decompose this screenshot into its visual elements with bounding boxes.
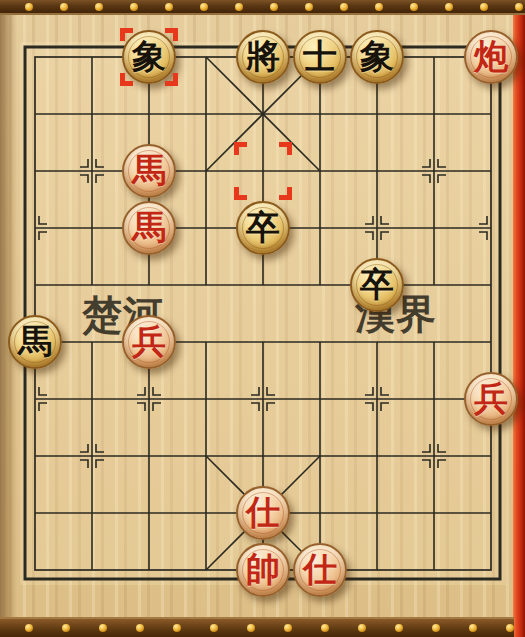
- gold-stud-icon: [445, 3, 453, 11]
- gold-stud-icon: [165, 3, 173, 11]
- gold-stud-icon: [340, 3, 348, 11]
- gold-stud-icon: [358, 624, 366, 632]
- piece-red-general[interactable]: 帥: [236, 543, 290, 597]
- piece-label: 兵: [132, 314, 166, 368]
- piece-label: 兵: [474, 371, 508, 425]
- piece-label: 象: [132, 29, 166, 83]
- piece-label: 仕: [303, 542, 337, 596]
- piece-red-soldier[interactable]: 兵: [464, 372, 518, 426]
- gold-stud-icon: [395, 624, 403, 632]
- gold-stud-icon: [60, 3, 68, 11]
- gold-stud-icon: [270, 3, 278, 11]
- piece-red-cannon[interactable]: 炮: [464, 30, 518, 84]
- piece-label: 炮: [474, 29, 508, 83]
- piece-red-advisor[interactable]: 仕: [293, 543, 347, 597]
- piece-red-advisor[interactable]: 仕: [236, 486, 290, 540]
- gold-stud-icon: [235, 3, 243, 11]
- piece-label: 象: [360, 29, 394, 83]
- piece-red-horse[interactable]: 馬: [122, 144, 176, 198]
- gold-stud-icon: [25, 3, 33, 11]
- bottom-frame-bar: [0, 617, 514, 637]
- gold-stud-icon: [99, 624, 107, 632]
- piece-black-elephant[interactable]: 象: [350, 30, 404, 84]
- piece-label: 卒: [360, 257, 394, 311]
- gold-stud-icon: [200, 3, 208, 11]
- piece-label: 卒: [246, 200, 280, 254]
- gold-stud-icon: [375, 3, 383, 11]
- piece-label: 仕: [246, 485, 280, 539]
- piece-black-elephant[interactable]: 象: [122, 30, 176, 84]
- gold-stud-icon: [480, 3, 488, 11]
- gold-stud-icon: [62, 624, 70, 632]
- gold-stud-icon: [432, 624, 440, 632]
- gold-stud-icon: [173, 624, 181, 632]
- piece-black-general[interactable]: 將: [236, 30, 290, 84]
- piece-black-soldier[interactable]: 卒: [350, 258, 404, 312]
- piece-red-soldier[interactable]: 兵: [122, 315, 176, 369]
- gold-stud-icon: [247, 624, 255, 632]
- piece-black-advisor[interactable]: 士: [293, 30, 347, 84]
- piece-label: 帥: [246, 542, 280, 596]
- gold-stud-icon: [321, 624, 329, 632]
- piece-black-soldier[interactable]: 卒: [236, 201, 290, 255]
- piece-label: 士: [303, 29, 337, 83]
- gold-stud-icon: [130, 3, 138, 11]
- xiangqi-game-screen: 楚河 漢界 象將士象炮馬馬卒卒馬兵兵仕帥仕: [0, 0, 525, 637]
- piece-red-horse[interactable]: 馬: [122, 201, 176, 255]
- gold-stud-icon: [515, 3, 523, 11]
- piece-label: 馬: [132, 143, 166, 197]
- piece-label: 馬: [132, 200, 166, 254]
- gold-stud-icon: [136, 624, 144, 632]
- gold-stud-icon: [210, 624, 218, 632]
- gold-stud-icon: [469, 624, 477, 632]
- gold-stud-icon: [410, 3, 418, 11]
- gold-stud-icon: [305, 3, 313, 11]
- piece-label: 馬: [18, 314, 52, 368]
- top-frame-bar: [0, 0, 525, 15]
- gold-stud-icon: [506, 624, 514, 632]
- gold-stud-icon: [95, 3, 103, 11]
- gold-stud-icon: [25, 624, 33, 632]
- piece-black-horse[interactable]: 馬: [8, 315, 62, 369]
- gold-stud-icon: [284, 624, 292, 632]
- piece-label: 將: [246, 29, 280, 83]
